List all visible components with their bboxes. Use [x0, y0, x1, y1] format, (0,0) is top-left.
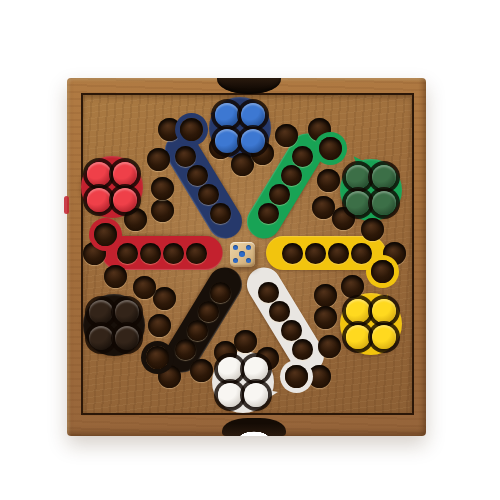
lane-hole-blue-1[interactable] — [210, 203, 231, 224]
track-hole-black-2[interactable] — [148, 314, 171, 337]
lane-hole-red-1[interactable] — [186, 243, 207, 264]
track-hole-yellow-3[interactable] — [314, 284, 337, 307]
peg-black-1[interactable] — [89, 300, 113, 324]
lane-hole-red-4[interactable] — [117, 243, 138, 264]
peg-blue-4[interactable] — [241, 129, 265, 153]
peg-red-3[interactable] — [87, 188, 111, 212]
peg-red-2[interactable] — [113, 162, 137, 186]
track-hole-green-5[interactable] — [361, 218, 384, 241]
die-pip — [233, 245, 239, 251]
track-hole-black-5[interactable] — [104, 265, 127, 288]
peg-yellow-2[interactable] — [372, 299, 396, 323]
peg-white-1[interactable] — [218, 357, 242, 381]
paint-drip — [64, 196, 69, 214]
die-pip — [246, 258, 252, 264]
peg-white-2[interactable] — [244, 357, 268, 381]
lane-hole-blue-2[interactable] — [198, 184, 219, 205]
die-pip — [239, 251, 245, 257]
start-hole-blue[interactable] — [180, 118, 203, 141]
lane-hole-blue-3[interactable] — [187, 165, 208, 186]
peg-white-4[interactable] — [244, 383, 268, 407]
track-hole-yellow-5[interactable] — [318, 335, 341, 358]
lane-hole-white-2[interactable] — [269, 301, 290, 322]
peg-black-4[interactable] — [115, 326, 139, 350]
lane-hole-green-1[interactable] — [258, 203, 279, 224]
start-hole-red[interactable] — [94, 223, 117, 246]
peg-red-1[interactable] — [87, 162, 111, 186]
lane-hole-green-2[interactable] — [269, 184, 290, 205]
peg-red-4[interactable] — [113, 188, 137, 212]
peg-blue-3[interactable] — [215, 129, 239, 153]
lane-hole-black-3[interactable] — [187, 320, 208, 341]
track-hole-yellow-2[interactable] — [341, 275, 364, 298]
peg-black-3[interactable] — [89, 326, 113, 350]
lane-hole-red-3[interactable] — [140, 243, 161, 264]
die[interactable] — [230, 242, 255, 267]
start-arrow-white — [267, 388, 278, 398]
track-hole-black-4[interactable] — [133, 276, 156, 299]
photo-canvas — [0, 0, 500, 500]
track-hole-red-5[interactable] — [147, 148, 170, 171]
track-hole-white-3[interactable] — [234, 330, 257, 353]
start-hole-green[interactable] — [319, 137, 342, 160]
start-hole-yellow[interactable] — [371, 260, 394, 283]
lane-hole-black-2[interactable] — [198, 301, 219, 322]
lane-hole-black-4[interactable] — [175, 339, 196, 360]
track-hole-green-2[interactable] — [317, 169, 340, 192]
track-hole-red-3[interactable] — [151, 199, 174, 222]
peg-yellow-4[interactable] — [372, 325, 396, 349]
peg-blue-2[interactable] — [241, 103, 265, 127]
peg-blue-1[interactable] — [215, 103, 239, 127]
ludo-board — [0, 0, 500, 500]
track-hole-blue-3[interactable] — [231, 153, 254, 176]
peg-white-3[interactable] — [218, 383, 242, 407]
peg-green-4[interactable] — [372, 191, 396, 215]
lane-hole-white-1[interactable] — [258, 282, 279, 303]
track-hole-blue-5[interactable] — [275, 124, 298, 147]
die-pip — [246, 245, 252, 251]
lane-hole-yellow-4[interactable] — [351, 243, 372, 264]
track-hole-white-0[interactable] — [308, 365, 331, 388]
lane-hole-white-4[interactable] — [292, 339, 313, 360]
die-pip — [233, 258, 239, 264]
track-hole-blue-0[interactable] — [158, 118, 181, 141]
start-hole-white[interactable] — [285, 365, 308, 388]
lane-hole-red-2[interactable] — [163, 243, 184, 264]
track-hole-red-4[interactable] — [151, 177, 174, 200]
track-hole-yellow-4[interactable] — [314, 306, 337, 329]
track-hole-white-5[interactable] — [190, 359, 213, 382]
peg-green-3[interactable] — [346, 191, 370, 215]
peg-black-2[interactable] — [115, 300, 139, 324]
lane-hole-yellow-2[interactable] — [305, 243, 326, 264]
peg-yellow-1[interactable] — [346, 299, 370, 323]
track-hole-black-3[interactable] — [153, 287, 176, 310]
peg-green-1[interactable] — [346, 165, 370, 189]
peg-green-2[interactable] — [372, 165, 396, 189]
lane-hole-green-3[interactable] — [281, 165, 302, 186]
lane-hole-white-3[interactable] — [281, 320, 302, 341]
lane-hole-black-1[interactable] — [210, 282, 231, 303]
lane-hole-yellow-3[interactable] — [328, 243, 349, 264]
peg-yellow-3[interactable] — [346, 325, 370, 349]
lane-hole-yellow-1[interactable] — [282, 243, 303, 264]
